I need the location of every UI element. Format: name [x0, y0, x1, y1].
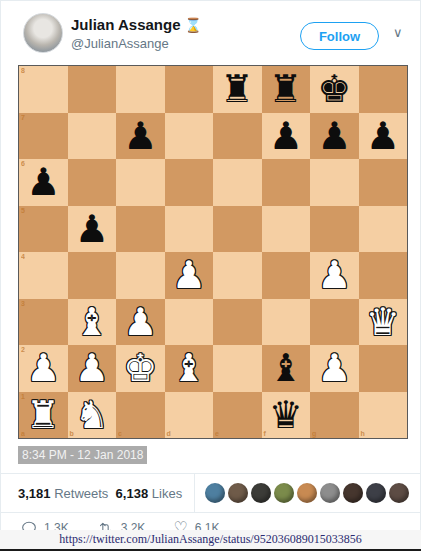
square-d4: ♟ — [165, 252, 214, 299]
square-g5 — [310, 206, 359, 253]
retweet-count[interactable]: 3,181 — [18, 486, 51, 501]
piece-black-queen: ♛ — [269, 396, 303, 434]
square-a7: 7 — [19, 113, 68, 160]
square-a8: 8 — [19, 66, 68, 113]
stats-counts: 3,181 Retweets 6,138 Likes — [1, 486, 182, 501]
square-e5 — [213, 206, 262, 253]
square-b8 — [68, 66, 117, 113]
author-avatar[interactable] — [23, 13, 63, 53]
liker-avatar[interactable] — [297, 483, 317, 503]
square-g2: ♟ — [310, 345, 359, 392]
square-d7 — [165, 113, 214, 160]
square-c3: ♟ — [116, 299, 165, 346]
rank-label: 4 — [21, 253, 25, 260]
square-b6 — [68, 159, 117, 206]
square-e8: ♜ — [213, 66, 262, 113]
piece-black-rook: ♜ — [220, 70, 254, 108]
rank-label: 2 — [21, 346, 25, 353]
square-f4 — [262, 252, 311, 299]
square-f6 — [262, 159, 311, 206]
piece-white-pawn: ♟ — [317, 349, 351, 387]
square-b1: b♞ — [68, 392, 117, 439]
square-g8: ♚ — [310, 66, 359, 113]
square-a4: 4 — [19, 252, 68, 299]
piece-black-pawn: ♟ — [123, 117, 157, 155]
square-h2 — [359, 345, 408, 392]
square-c8 — [116, 66, 165, 113]
tweet-header: Julian Assange⌛ @JulianAssange Follow ∨ — [1, 1, 420, 65]
square-c4 — [116, 252, 165, 299]
rank-label: 8 — [21, 67, 25, 74]
square-f5 — [262, 206, 311, 253]
square-c5 — [116, 206, 165, 253]
square-f1: f♛ — [262, 392, 311, 439]
square-f2: ♝ — [262, 345, 311, 392]
square-g7: ♟ — [310, 113, 359, 160]
rank-label: 1 — [21, 393, 25, 400]
likes-label[interactable]: Likes — [152, 486, 182, 501]
liker-avatar[interactable] — [228, 483, 248, 503]
square-e7 — [213, 113, 262, 160]
tweet-url-link[interactable]: https://twitter.com/JulianAssange/status… — [59, 532, 361, 547]
file-label: h — [361, 430, 365, 437]
file-label: g — [312, 430, 316, 437]
piece-white-queen: ♛ — [366, 303, 400, 341]
square-d5 — [165, 206, 214, 253]
square-g6 — [310, 159, 359, 206]
piece-white-bishop: ♝ — [172, 349, 206, 387]
piece-white-pawn: ♟ — [123, 303, 157, 341]
square-b4 — [68, 252, 117, 299]
piece-white-pawn: ♟ — [317, 256, 351, 294]
piece-black-pawn: ♟ — [317, 117, 351, 155]
file-label: b — [70, 430, 74, 437]
follow-button[interactable]: Follow — [300, 22, 379, 50]
piece-black-pawn: ♟ — [26, 163, 60, 201]
square-e6 — [213, 159, 262, 206]
square-b2: ♟ — [68, 345, 117, 392]
square-d3 — [165, 299, 214, 346]
file-label: e — [215, 430, 219, 437]
square-f7: ♟ — [262, 113, 311, 160]
square-h3: ♛ — [359, 299, 408, 346]
chess-board: 8♜♜♚7♟♟♟♟6♟5♟4♟♟3♝♟♛2♟♟♚♝♝♟1a♜b♞cdef♛gh — [18, 65, 408, 439]
square-d8 — [165, 66, 214, 113]
piece-black-pawn: ♟ — [269, 117, 303, 155]
piece-black-pawn: ♟ — [75, 210, 109, 248]
square-b7 — [68, 113, 117, 160]
retweets-label[interactable]: Retweets — [54, 486, 108, 501]
square-h1: h — [359, 392, 408, 439]
square-f3 — [262, 299, 311, 346]
liker-avatar[interactable] — [366, 483, 386, 503]
rank-label: 3 — [21, 300, 25, 307]
file-label: c — [118, 430, 122, 437]
square-b3: ♝ — [68, 299, 117, 346]
square-g4: ♟ — [310, 252, 359, 299]
liker-avatars — [205, 483, 409, 503]
rank-label: 5 — [21, 207, 25, 214]
square-a2: 2♟ — [19, 345, 68, 392]
square-d1: d — [165, 392, 214, 439]
caption-strip: https://twitter.com/JulianAssange/status… — [0, 530, 421, 549]
square-c7: ♟ — [116, 113, 165, 160]
square-h4 — [359, 252, 408, 299]
tweet-card: Julian Assange⌛ @JulianAssange Follow ∨ … — [0, 0, 421, 531]
square-h6 — [359, 159, 408, 206]
rank-label: 7 — [21, 114, 25, 121]
square-h7: ♟ — [359, 113, 408, 160]
author-block[interactable]: Julian Assange⌛ @JulianAssange — [71, 15, 202, 52]
square-e1: e — [213, 392, 262, 439]
author-handle[interactable]: @JulianAssange — [71, 36, 202, 52]
screenshot-frame: Julian Assange⌛ @JulianAssange Follow ∨ … — [0, 0, 421, 553]
piece-white-king: ♚ — [123, 349, 157, 387]
square-a3: 3 — [19, 299, 68, 346]
stats-bar: 3,181 Retweets 6,138 Likes — [1, 473, 420, 513]
like-count[interactable]: 6,138 — [116, 486, 149, 501]
piece-white-pawn: ♟ — [172, 256, 206, 294]
piece-white-knight: ♞ — [75, 396, 109, 434]
square-b5: ♟ — [68, 206, 117, 253]
piece-white-pawn: ♟ — [75, 349, 109, 387]
piece-white-rook: ♜ — [26, 396, 60, 434]
square-a1: 1a♜ — [19, 392, 68, 439]
liker-avatar[interactable] — [251, 483, 271, 503]
liker-avatar[interactable] — [343, 483, 363, 503]
piece-white-bishop: ♝ — [75, 303, 109, 341]
square-c1: c — [116, 392, 165, 439]
rank-label: 6 — [21, 160, 25, 167]
liker-avatar[interactable] — [274, 483, 294, 503]
piece-black-bishop: ♝ — [269, 349, 303, 387]
stats-divider — [194, 474, 195, 512]
square-f8: ♜ — [262, 66, 311, 113]
square-g1: g — [310, 392, 359, 439]
file-label: a — [21, 430, 25, 437]
square-c6 — [116, 159, 165, 206]
liker-avatar[interactable] — [389, 483, 409, 503]
square-d6 — [165, 159, 214, 206]
liker-avatar[interactable] — [205, 483, 225, 503]
liker-avatar[interactable] — [320, 483, 340, 503]
square-d2: ♝ — [165, 345, 214, 392]
piece-black-rook: ♜ — [269, 70, 303, 108]
square-h8 — [359, 66, 408, 113]
square-c2: ♚ — [116, 345, 165, 392]
piece-white-pawn: ♟ — [26, 349, 60, 387]
author-name[interactable]: Julian Assange — [71, 16, 180, 33]
bottom-border-line — [0, 549, 421, 551]
square-e2 — [213, 345, 262, 392]
piece-black-pawn: ♟ — [366, 117, 400, 155]
square-e4 — [213, 252, 262, 299]
file-label: d — [167, 430, 171, 437]
square-g3 — [310, 299, 359, 346]
hourglass-icon: ⌛ — [184, 17, 201, 33]
square-a6: 6♟ — [19, 159, 68, 206]
piece-black-king: ♚ — [317, 70, 351, 108]
timestamp-row: 8:34 PM - 12 Jan 2018 — [18, 445, 420, 465]
square-h5 — [359, 206, 408, 253]
square-e3 — [213, 299, 262, 346]
file-label: f — [264, 430, 266, 437]
chevron-down-icon[interactable]: ∨ — [393, 25, 403, 40]
square-a5: 5 — [19, 206, 68, 253]
timestamp[interactable]: 8:34 PM - 12 Jan 2018 — [18, 446, 147, 464]
